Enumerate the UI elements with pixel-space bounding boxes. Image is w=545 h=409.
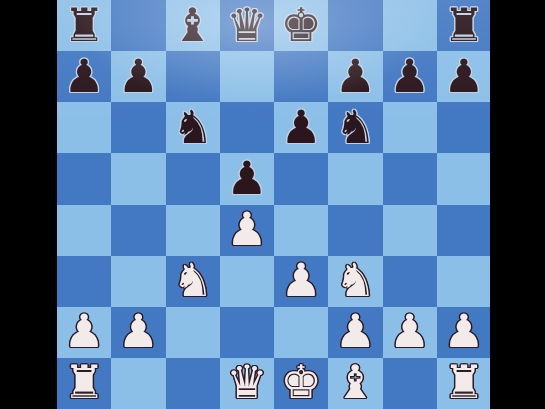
square-h6[interactable] bbox=[437, 102, 491, 153]
white-pawn-f2: ♟ bbox=[335, 308, 376, 354]
chess-board: ♜♝♛♚♜♟♟♟♟♟♞♟♞♟♟♞♟♞♟♟♟♟♟♜♛♚♝♜ bbox=[57, 0, 491, 409]
white-rook-h1: ♜ bbox=[443, 359, 484, 405]
square-c6[interactable]: ♞ bbox=[166, 102, 220, 153]
square-e5[interactable] bbox=[274, 153, 328, 204]
white-pawn-d4: ♟ bbox=[226, 206, 267, 252]
black-pawn-b7: ♟ bbox=[118, 53, 159, 99]
square-b3[interactable] bbox=[111, 256, 165, 307]
black-knight-c6: ♞ bbox=[172, 104, 213, 150]
square-b6[interactable] bbox=[111, 102, 165, 153]
square-e7[interactable] bbox=[274, 51, 328, 102]
white-pawn-b2: ♟ bbox=[118, 308, 159, 354]
square-c1[interactable] bbox=[166, 358, 220, 409]
square-g4[interactable] bbox=[383, 205, 437, 256]
square-a6[interactable] bbox=[57, 102, 111, 153]
square-g6[interactable] bbox=[383, 102, 437, 153]
square-c3[interactable]: ♞ bbox=[166, 256, 220, 307]
square-h8[interactable]: ♜ bbox=[437, 0, 491, 51]
square-g7[interactable]: ♟ bbox=[383, 51, 437, 102]
square-c2[interactable] bbox=[166, 307, 220, 358]
video-frame: ♜♝♛♚♜♟♟♟♟♟♞♟♞♟♟♞♟♞♟♟♟♟♟♜♛♚♝♜ bbox=[0, 0, 545, 409]
square-b2[interactable]: ♟ bbox=[111, 307, 165, 358]
square-b4[interactable] bbox=[111, 205, 165, 256]
square-h3[interactable] bbox=[437, 256, 491, 307]
white-knight-c3: ♞ bbox=[172, 257, 213, 303]
square-h2[interactable]: ♟ bbox=[437, 307, 491, 358]
square-e2[interactable] bbox=[274, 307, 328, 358]
white-pawn-h2: ♟ bbox=[443, 308, 484, 354]
square-b7[interactable]: ♟ bbox=[111, 51, 165, 102]
white-bishop-f1: ♝ bbox=[335, 359, 376, 405]
square-f4[interactable] bbox=[328, 205, 382, 256]
square-e1[interactable]: ♚ bbox=[274, 358, 328, 409]
square-a7[interactable]: ♟ bbox=[57, 51, 111, 102]
square-d8[interactable]: ♛ bbox=[220, 0, 274, 51]
square-d2[interactable] bbox=[220, 307, 274, 358]
square-a8[interactable]: ♜ bbox=[57, 0, 111, 51]
square-c8[interactable]: ♝ bbox=[166, 0, 220, 51]
black-pawn-g7: ♟ bbox=[389, 53, 430, 99]
black-pawn-f7: ♟ bbox=[335, 53, 376, 99]
black-knight-f6: ♞ bbox=[335, 104, 376, 150]
square-c4[interactable] bbox=[166, 205, 220, 256]
square-a5[interactable] bbox=[57, 153, 111, 204]
black-pawn-h7: ♟ bbox=[443, 53, 484, 99]
square-b5[interactable] bbox=[111, 153, 165, 204]
black-rook-a8: ♜ bbox=[64, 2, 105, 48]
black-king-e8: ♚ bbox=[281, 2, 322, 48]
white-pawn-a2: ♟ bbox=[64, 308, 105, 354]
square-e4[interactable] bbox=[274, 205, 328, 256]
black-rook-h8: ♜ bbox=[443, 2, 484, 48]
square-h7[interactable]: ♟ bbox=[437, 51, 491, 102]
square-e6[interactable]: ♟ bbox=[274, 102, 328, 153]
square-g5[interactable] bbox=[383, 153, 437, 204]
square-g2[interactable]: ♟ bbox=[383, 307, 437, 358]
square-b1[interactable] bbox=[111, 358, 165, 409]
square-f5[interactable] bbox=[328, 153, 382, 204]
square-a1[interactable]: ♜ bbox=[57, 358, 111, 409]
square-h1[interactable]: ♜ bbox=[437, 358, 491, 409]
square-d5[interactable]: ♟ bbox=[220, 153, 274, 204]
square-e3[interactable]: ♟ bbox=[274, 256, 328, 307]
white-rook-a1: ♜ bbox=[64, 359, 105, 405]
square-f2[interactable]: ♟ bbox=[328, 307, 382, 358]
square-d3[interactable] bbox=[220, 256, 274, 307]
white-knight-f3: ♞ bbox=[335, 257, 376, 303]
square-c5[interactable] bbox=[166, 153, 220, 204]
left-black-bar bbox=[0, 0, 57, 409]
square-a2[interactable]: ♟ bbox=[57, 307, 111, 358]
square-g3[interactable] bbox=[383, 256, 437, 307]
square-f3[interactable]: ♞ bbox=[328, 256, 382, 307]
black-pawn-d5: ♟ bbox=[226, 155, 267, 201]
right-black-bar bbox=[490, 0, 545, 409]
square-d7[interactable] bbox=[220, 51, 274, 102]
square-f8[interactable] bbox=[328, 0, 382, 51]
square-h5[interactable] bbox=[437, 153, 491, 204]
square-a4[interactable] bbox=[57, 205, 111, 256]
white-pawn-g2: ♟ bbox=[389, 308, 430, 354]
square-g8[interactable] bbox=[383, 0, 437, 51]
square-d4[interactable]: ♟ bbox=[220, 205, 274, 256]
black-bishop-c8: ♝ bbox=[172, 2, 213, 48]
black-pawn-a7: ♟ bbox=[64, 53, 105, 99]
white-king-e1: ♚ bbox=[281, 359, 322, 405]
white-queen-d1: ♛ bbox=[226, 359, 267, 405]
square-c7[interactable] bbox=[166, 51, 220, 102]
square-f6[interactable]: ♞ bbox=[328, 102, 382, 153]
square-e8[interactable]: ♚ bbox=[274, 0, 328, 51]
square-b8[interactable] bbox=[111, 0, 165, 51]
square-a3[interactable] bbox=[57, 256, 111, 307]
square-f7[interactable]: ♟ bbox=[328, 51, 382, 102]
square-d1[interactable]: ♛ bbox=[220, 358, 274, 409]
white-pawn-e3: ♟ bbox=[281, 257, 322, 303]
black-queen-d8: ♛ bbox=[226, 2, 267, 48]
square-g1[interactable] bbox=[383, 358, 437, 409]
square-d6[interactable] bbox=[220, 102, 274, 153]
square-h4[interactable] bbox=[437, 205, 491, 256]
black-pawn-e6: ♟ bbox=[281, 104, 322, 150]
square-f1[interactable]: ♝ bbox=[328, 358, 382, 409]
